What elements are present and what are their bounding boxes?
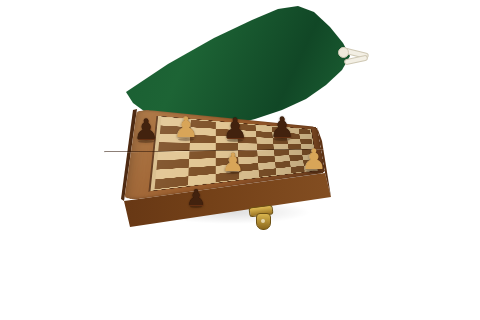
square-f3[interactable] (274, 155, 289, 162)
square-b1[interactable] (188, 174, 216, 185)
square-f4[interactable] (274, 150, 289, 156)
black-pawn-b1[interactable]: ♟ (185, 187, 207, 209)
white-pawn-d5[interactable]: ♟ (221, 150, 246, 175)
square-e4[interactable] (257, 150, 274, 157)
square-f2[interactable] (275, 161, 291, 168)
board-fold-seam (104, 149, 327, 153)
square-h7[interactable] (299, 134, 311, 140)
square-e1[interactable] (259, 168, 277, 177)
square-b3[interactable] (189, 158, 216, 168)
white-pawn-h5[interactable]: ♟ (300, 146, 328, 174)
square-h8[interactable] (299, 129, 311, 135)
square-e3[interactable] (258, 156, 275, 163)
black-pawn-a7[interactable]: ♟ (132, 116, 160, 144)
square-a4[interactable] (157, 151, 189, 160)
square-f1[interactable] (276, 167, 292, 175)
black-pawn-g7[interactable]: ♟ (268, 114, 296, 142)
square-a3[interactable] (156, 159, 189, 170)
square-e2[interactable] (258, 162, 276, 170)
black-pawn-d7[interactable]: ♟ (221, 115, 249, 143)
square-b2[interactable] (188, 166, 215, 176)
white-pawn-b7[interactable]: ♟ (172, 114, 200, 142)
square-b4[interactable] (189, 150, 216, 159)
drawstring-knot (338, 47, 349, 58)
square-a1[interactable] (155, 176, 189, 189)
product-photo-stage: ♟♟♟♟♟♟♟ (0, 0, 480, 320)
brass-latch-pendant (256, 213, 271, 230)
square-a2[interactable] (155, 168, 188, 180)
